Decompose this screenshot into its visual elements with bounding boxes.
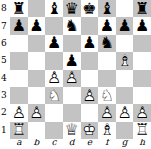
square-f1[interactable]: ♝♗ — [98, 122, 116, 139]
piece-white-bishop[interactable]: ♝♗ — [98, 122, 116, 139]
square-g3[interactable] — [116, 87, 134, 104]
file-label-b: b — [28, 138, 46, 149]
chess-board: ♜♝♛♚♝♜♟♟♞♟♟♟♟♟♞♟♝♗♟♙♟♙♞♘♟♙♞♘♟♙♟♙♟♙♟♙♟♙♜♖… — [10, 0, 151, 139]
square-a3[interactable] — [10, 87, 28, 104]
file-labels: abcdefgh — [10, 139, 151, 149]
square-h7[interactable]: ♟ — [133, 17, 151, 34]
square-c4[interactable]: ♟♙ — [45, 70, 63, 87]
rank-label-4: 4 — [0, 70, 10, 87]
square-c1[interactable] — [45, 122, 63, 139]
piece-black-pawn[interactable]: ♟ — [81, 35, 99, 52]
square-c2[interactable] — [45, 104, 63, 121]
square-g1[interactable] — [116, 122, 134, 139]
rank-label-2: 2 — [0, 104, 10, 121]
piece-white-queen[interactable]: ♛♕ — [63, 122, 81, 139]
square-c8[interactable]: ♝ — [45, 0, 63, 17]
square-a8[interactable]: ♜ — [10, 0, 28, 17]
square-d6[interactable] — [63, 35, 81, 52]
square-f6[interactable]: ♞ — [98, 35, 116, 52]
piece-white-pawn[interactable]: ♟♙ — [63, 70, 81, 87]
square-g7[interactable]: ♟ — [116, 17, 134, 34]
piece-black-pawn[interactable]: ♟ — [45, 35, 63, 52]
rank-label-8: 8 — [0, 0, 10, 17]
piece-white-pawn[interactable]: ♟♙ — [28, 104, 46, 121]
square-h2[interactable]: ♟♙ — [133, 104, 151, 121]
file-label-d: d — [63, 138, 81, 149]
square-h3[interactable] — [133, 87, 151, 104]
square-g2[interactable]: ♟♙ — [116, 104, 134, 121]
file-label-f: f — [98, 138, 116, 149]
square-d8[interactable]: ♛ — [63, 0, 81, 17]
square-c6[interactable]: ♟ — [45, 35, 63, 52]
piece-white-king[interactable]: ♚♔ — [81, 122, 99, 139]
piece-black-pawn[interactable]: ♟ — [10, 17, 28, 34]
square-e3[interactable]: ♟♙ — [81, 87, 99, 104]
square-f5[interactable] — [98, 52, 116, 69]
square-e5[interactable] — [81, 52, 99, 69]
piece-black-bishop[interactable]: ♝ — [98, 0, 116, 17]
file-label-c: c — [45, 138, 63, 149]
square-d4[interactable]: ♟♙ — [63, 70, 81, 87]
piece-black-pawn[interactable]: ♟ — [28, 17, 46, 34]
piece-white-rook[interactable]: ♜♖ — [133, 122, 151, 139]
square-h8[interactable]: ♜ — [133, 0, 151, 17]
square-f2[interactable]: ♟♙ — [98, 104, 116, 121]
square-d5[interactable]: ♟ — [63, 52, 81, 69]
square-f8[interactable]: ♝ — [98, 0, 116, 17]
piece-white-knight[interactable]: ♞♘ — [98, 87, 116, 104]
square-c3[interactable]: ♞♘ — [45, 87, 63, 104]
square-g6[interactable] — [116, 35, 134, 52]
square-h1[interactable]: ♜♖ — [133, 122, 151, 139]
piece-black-knight[interactable]: ♞ — [98, 35, 116, 52]
rank-label-5: 5 — [0, 52, 10, 69]
piece-black-pawn[interactable]: ♟ — [63, 52, 81, 69]
piece-black-pawn[interactable]: ♟ — [116, 17, 134, 34]
square-e4[interactable] — [81, 70, 99, 87]
square-e6[interactable]: ♟ — [81, 35, 99, 52]
square-f3[interactable]: ♞♘ — [98, 87, 116, 104]
square-h4[interactable] — [133, 70, 151, 87]
square-g4[interactable] — [116, 70, 134, 87]
file-label-e: e — [81, 138, 99, 149]
square-b3[interactable] — [28, 87, 46, 104]
square-g8[interactable] — [116, 0, 134, 17]
file-label-h: h — [133, 138, 151, 149]
square-a1[interactable]: ♜♖ — [10, 122, 28, 139]
piece-white-bishop[interactable]: ♝♗ — [116, 52, 134, 69]
square-b2[interactable]: ♟♙ — [28, 104, 46, 121]
square-b6[interactable] — [28, 35, 46, 52]
square-g5[interactable]: ♝♗ — [116, 52, 134, 69]
rank-label-1: 1 — [0, 122, 10, 139]
piece-white-pawn[interactable]: ♟♙ — [116, 104, 134, 121]
piece-black-rook[interactable]: ♜ — [133, 0, 151, 17]
piece-white-rook[interactable]: ♜♖ — [10, 122, 28, 139]
file-label-g: g — [116, 138, 134, 149]
square-a4[interactable] — [10, 70, 28, 87]
square-e8[interactable]: ♚ — [81, 0, 99, 17]
rank-label-7: 7 — [0, 17, 10, 34]
square-b8[interactable] — [28, 0, 46, 17]
chess-board-diagram: 87654321 ♜♝♛♚♝♜♟♟♞♟♟♟♟♟♞♟♝♗♟♙♟♙♞♘♟♙♞♘♟♙♟… — [0, 0, 151, 149]
square-b1[interactable] — [28, 122, 46, 139]
piece-white-knight[interactable]: ♞♘ — [45, 87, 63, 104]
square-h6[interactable] — [133, 35, 151, 52]
piece-white-pawn[interactable]: ♟♙ — [133, 104, 151, 121]
piece-black-bishop[interactable]: ♝ — [45, 0, 63, 17]
square-e7[interactable] — [81, 17, 99, 34]
square-d1[interactable]: ♛♕ — [63, 122, 81, 139]
rank-label-6: 6 — [0, 35, 10, 52]
square-a5[interactable] — [10, 52, 28, 69]
square-d7[interactable]: ♞ — [63, 17, 81, 34]
piece-white-pawn[interactable]: ♟♙ — [81, 87, 99, 104]
square-d2[interactable] — [63, 104, 81, 121]
square-e1[interactable]: ♚♔ — [81, 122, 99, 139]
square-c7[interactable] — [45, 17, 63, 34]
square-a7[interactable]: ♟ — [10, 17, 28, 34]
piece-black-rook[interactable]: ♜ — [10, 0, 28, 17]
square-b7[interactable]: ♟ — [28, 17, 46, 34]
piece-black-pawn[interactable]: ♟ — [133, 17, 151, 34]
rank-labels: 87654321 — [0, 0, 10, 139]
square-e2[interactable] — [81, 104, 99, 121]
square-b5[interactable] — [28, 52, 46, 69]
piece-white-pawn[interactable]: ♟♙ — [98, 104, 116, 121]
rank-label-3: 3 — [0, 87, 10, 104]
square-f4[interactable] — [98, 70, 116, 87]
square-f7[interactable]: ♟ — [98, 17, 116, 34]
square-h5[interactable] — [133, 52, 151, 69]
board-corner-spacer — [0, 139, 10, 149]
file-label-a: a — [10, 138, 28, 149]
square-b4[interactable] — [28, 70, 46, 87]
square-a6[interactable] — [10, 35, 28, 52]
square-a2[interactable]: ♟♙ — [10, 104, 28, 121]
piece-black-knight[interactable]: ♞ — [63, 17, 81, 34]
piece-black-queen[interactable]: ♛ — [63, 0, 81, 17]
piece-white-pawn[interactable]: ♟♙ — [45, 70, 63, 87]
square-c5[interactable] — [45, 52, 63, 69]
square-d3[interactable] — [63, 87, 81, 104]
piece-black-king[interactable]: ♚ — [81, 0, 99, 17]
piece-black-pawn[interactable]: ♟ — [98, 17, 116, 34]
piece-white-pawn[interactable]: ♟♙ — [10, 104, 28, 121]
